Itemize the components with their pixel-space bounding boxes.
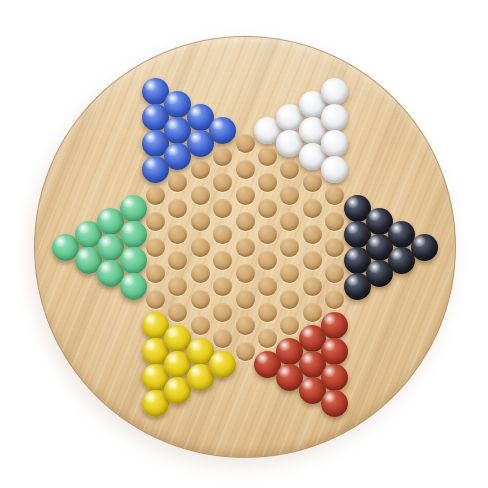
hole-c11-r3[interactable] <box>303 173 322 192</box>
hole-c7-r5[interactable] <box>213 251 232 270</box>
hole-c4-r7[interactable] <box>146 264 165 283</box>
marble-green-c3-r0[interactable] <box>120 195 147 222</box>
hole-c12-r6[interactable] <box>325 238 344 257</box>
hole-c8-r8[interactable] <box>236 342 255 361</box>
hole-c7-r2[interactable] <box>213 173 232 192</box>
hole-c9-r6[interactable] <box>258 277 277 296</box>
hole-c4-r5[interactable] <box>146 212 165 231</box>
hole-c6-r6[interactable] <box>191 264 210 283</box>
hole-c10-r6[interactable] <box>280 264 299 283</box>
hole-c11-r6[interactable] <box>303 251 322 270</box>
hole-c9-r5[interactable] <box>258 251 277 270</box>
photo-background <box>0 0 488 488</box>
hole-c4-r8[interactable] <box>146 290 165 309</box>
hole-c8-r1[interactable] <box>236 160 255 179</box>
hole-c4-r4[interactable] <box>146 186 165 205</box>
hole-c9-r2[interactable] <box>258 173 277 192</box>
chinese-checkers-board <box>34 36 456 458</box>
hole-c10-r3[interactable] <box>280 186 299 205</box>
marble-red-c12-r10[interactable] <box>321 338 348 365</box>
marble-green-c3-r3[interactable] <box>120 273 147 300</box>
hole-c5-r8[interactable] <box>168 303 187 322</box>
marble-red-c12-r12[interactable] <box>321 390 348 417</box>
hole-c12-r4[interactable] <box>325 186 344 205</box>
marble-green-c3-r1[interactable] <box>120 221 147 248</box>
marble-red-c12-r11[interactable] <box>321 364 348 391</box>
hole-c6-r3[interactable] <box>191 186 210 205</box>
marble-green-c3-r2[interactable] <box>120 247 147 274</box>
hole-c6-r7[interactable] <box>191 290 210 309</box>
hole-c11-r4[interactable] <box>303 199 322 218</box>
hole-c10-r8[interactable] <box>280 316 299 335</box>
hole-c5-r6[interactable] <box>168 251 187 270</box>
marble-black-c16-r0[interactable] <box>411 234 438 261</box>
hole-c10-r7[interactable] <box>280 290 299 309</box>
hole-c8-r2[interactable] <box>236 186 255 205</box>
hole-c8-r4[interactable] <box>236 238 255 257</box>
marble-white-c12-r1[interactable] <box>321 104 348 131</box>
hole-c8-r5[interactable] <box>236 264 255 283</box>
hole-c12-r5[interactable] <box>325 212 344 231</box>
hole-c7-r4[interactable] <box>213 225 232 244</box>
hole-c11-r5[interactable] <box>303 225 322 244</box>
hole-c7-r8[interactable] <box>213 329 232 348</box>
hole-c7-r6[interactable] <box>213 277 232 296</box>
hole-c11-r8[interactable] <box>303 303 322 322</box>
hole-c12-r7[interactable] <box>325 264 344 283</box>
hole-c12-r8[interactable] <box>325 290 344 309</box>
hole-c8-r6[interactable] <box>236 290 255 309</box>
hole-c5-r7[interactable] <box>168 277 187 296</box>
marble-white-c12-r0[interactable] <box>321 78 348 105</box>
hole-c11-r7[interactable] <box>303 277 322 296</box>
hole-c9-r7[interactable] <box>258 303 277 322</box>
hole-c4-r6[interactable] <box>146 238 165 257</box>
hole-c8-r0[interactable] <box>236 134 255 153</box>
hole-c6-r4[interactable] <box>191 212 210 231</box>
hole-c10-r2[interactable] <box>280 160 299 179</box>
marble-blue-c7-r0[interactable] <box>209 117 236 144</box>
marble-red-c12-r9[interactable] <box>321 312 348 339</box>
hole-c7-r1[interactable] <box>213 147 232 166</box>
hole-c6-r5[interactable] <box>191 238 210 257</box>
hole-c9-r3[interactable] <box>258 199 277 218</box>
hole-c6-r2[interactable] <box>191 160 210 179</box>
hole-c8-r7[interactable] <box>236 316 255 335</box>
hole-c10-r5[interactable] <box>280 238 299 257</box>
hole-c10-r4[interactable] <box>280 212 299 231</box>
hole-c5-r5[interactable] <box>168 225 187 244</box>
hole-c8-r3[interactable] <box>236 212 255 231</box>
hole-c7-r7[interactable] <box>213 303 232 322</box>
hole-c9-r4[interactable] <box>258 225 277 244</box>
marble-yellow-c7-r9[interactable] <box>209 351 236 378</box>
hole-c9-r8[interactable] <box>258 329 277 348</box>
marble-white-c12-r2[interactable] <box>321 130 348 157</box>
hole-c7-r3[interactable] <box>213 199 232 218</box>
hole-c6-r8[interactable] <box>191 316 210 335</box>
hole-c5-r4[interactable] <box>168 199 187 218</box>
hole-c5-r3[interactable] <box>168 173 187 192</box>
marble-white-c12-r3[interactable] <box>321 156 348 183</box>
hole-c9-r1[interactable] <box>258 147 277 166</box>
